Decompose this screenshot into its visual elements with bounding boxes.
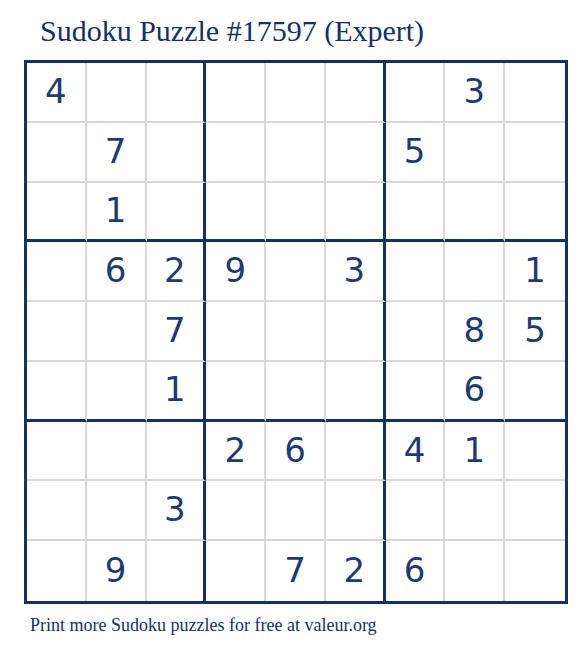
cell-r1c3[interactable] (147, 63, 207, 123)
cell-r9c1[interactable] (27, 541, 87, 601)
cell-r7c9[interactable] (505, 422, 565, 482)
cell-r4c3[interactable]: 2 (147, 242, 207, 302)
given-digit: 1 (464, 433, 486, 467)
given-digit: 9 (224, 253, 246, 287)
cell-r7c5[interactable]: 6 (266, 422, 326, 482)
sudoku-page: Sudoku Puzzle #17597 (Expert) 4375162931… (0, 0, 580, 651)
cell-r3c4[interactable] (206, 183, 266, 243)
cell-r9c3[interactable] (147, 541, 207, 601)
given-digit: 7 (105, 134, 127, 168)
cell-r6c8[interactable]: 6 (445, 362, 505, 422)
cell-r6c1[interactable] (27, 362, 87, 422)
cell-r3c9[interactable] (505, 183, 565, 243)
cell-r1c4[interactable] (206, 63, 266, 123)
footer-credit: Print more Sudoku puzzles for free at va… (30, 615, 377, 636)
cell-r9c8[interactable] (445, 541, 505, 601)
cell-r5c6[interactable] (326, 302, 386, 362)
cell-r1c9[interactable] (505, 63, 565, 123)
given-digit: 9 (105, 553, 127, 587)
cell-r8c7[interactable] (386, 481, 446, 541)
cell-r6c3[interactable]: 1 (147, 362, 207, 422)
cell-r4c5[interactable] (266, 242, 326, 302)
cell-r8c3[interactable]: 3 (147, 481, 207, 541)
cell-r3c1[interactable] (27, 183, 87, 243)
cell-r2c5[interactable] (266, 123, 326, 183)
sudoku-board: 437516293178516264139726 (24, 60, 568, 604)
cell-r6c7[interactable] (386, 362, 446, 422)
cell-r6c9[interactable] (505, 362, 565, 422)
cell-r3c6[interactable] (326, 183, 386, 243)
given-digit: 6 (105, 253, 127, 287)
cell-r4c8[interactable] (445, 242, 505, 302)
cell-r9c6[interactable]: 2 (326, 541, 386, 601)
given-digit: 1 (164, 372, 186, 406)
cell-r3c3[interactable] (147, 183, 207, 243)
cell-r9c2[interactable]: 9 (87, 541, 147, 601)
given-digit: 6 (464, 372, 486, 406)
cell-r3c5[interactable] (266, 183, 326, 243)
cell-r8c8[interactable] (445, 481, 505, 541)
cell-r7c4[interactable]: 2 (206, 422, 266, 482)
given-digit: 3 (343, 253, 365, 287)
cell-r2c7[interactable]: 5 (386, 123, 446, 183)
cell-r4c9[interactable]: 1 (505, 242, 565, 302)
cell-r1c1[interactable]: 4 (27, 63, 87, 123)
cell-r9c5[interactable]: 7 (266, 541, 326, 601)
given-digit: 6 (404, 553, 426, 587)
cell-r2c8[interactable] (445, 123, 505, 183)
cell-r2c9[interactable] (505, 123, 565, 183)
cell-r7c7[interactable]: 4 (386, 422, 446, 482)
cell-r4c1[interactable] (27, 242, 87, 302)
cell-r7c1[interactable] (27, 422, 87, 482)
cell-r2c6[interactable] (326, 123, 386, 183)
given-digit: 3 (164, 492, 186, 526)
given-digit: 2 (343, 553, 365, 587)
cell-r8c4[interactable] (206, 481, 266, 541)
cell-r5c1[interactable] (27, 302, 87, 362)
cell-r8c5[interactable] (266, 481, 326, 541)
cell-r8c9[interactable] (505, 481, 565, 541)
cell-r5c4[interactable] (206, 302, 266, 362)
cell-r2c2[interactable]: 7 (87, 123, 147, 183)
cell-r9c7[interactable]: 6 (386, 541, 446, 601)
given-digit: 7 (284, 553, 306, 587)
cell-r1c7[interactable] (386, 63, 446, 123)
given-digit: 2 (164, 253, 186, 287)
cell-r4c2[interactable]: 6 (87, 242, 147, 302)
given-digit: 5 (404, 134, 426, 168)
cell-r1c8[interactable]: 3 (445, 63, 505, 123)
cell-r8c1[interactable] (27, 481, 87, 541)
cell-r2c3[interactable] (147, 123, 207, 183)
cell-r6c5[interactable] (266, 362, 326, 422)
cell-r9c4[interactable] (206, 541, 266, 601)
cell-r5c2[interactable] (87, 302, 147, 362)
given-digit: 5 (524, 313, 546, 347)
cell-r3c7[interactable] (386, 183, 446, 243)
cell-r1c2[interactable] (87, 63, 147, 123)
given-digit: 4 (404, 433, 426, 467)
cell-r7c3[interactable] (147, 422, 207, 482)
given-digit: 1 (105, 193, 127, 227)
cell-r5c3[interactable]: 7 (147, 302, 207, 362)
cell-r7c8[interactable]: 1 (445, 422, 505, 482)
given-digit: 3 (464, 74, 486, 108)
cell-r4c6[interactable]: 3 (326, 242, 386, 302)
cell-r1c5[interactable] (266, 63, 326, 123)
cell-r2c1[interactable] (27, 123, 87, 183)
given-digit: 7 (164, 313, 186, 347)
cell-r6c4[interactable] (206, 362, 266, 422)
cell-r8c2[interactable] (87, 481, 147, 541)
given-digit: 6 (284, 433, 306, 467)
cell-r4c7[interactable] (386, 242, 446, 302)
cell-r5c5[interactable] (266, 302, 326, 362)
cell-r5c9[interactable]: 5 (505, 302, 565, 362)
cell-r5c7[interactable] (386, 302, 446, 362)
cell-r3c8[interactable] (445, 183, 505, 243)
cell-r2c4[interactable] (206, 123, 266, 183)
cell-r3c2[interactable]: 1 (87, 183, 147, 243)
given-digit: 2 (224, 433, 246, 467)
cell-r9c9[interactable] (505, 541, 565, 601)
cell-r6c6[interactable] (326, 362, 386, 422)
cell-r1c6[interactable] (326, 63, 386, 123)
cell-r5c8[interactable]: 8 (445, 302, 505, 362)
cell-r8c6[interactable] (326, 481, 386, 541)
given-digit: 8 (464, 313, 486, 347)
cell-r6c2[interactable] (87, 362, 147, 422)
given-digit: 1 (524, 253, 546, 287)
given-digit: 4 (45, 74, 67, 108)
cell-r4c4[interactable]: 9 (206, 242, 266, 302)
cell-r7c2[interactable] (87, 422, 147, 482)
page-title: Sudoku Puzzle #17597 (Expert) (40, 14, 424, 48)
cell-r7c6[interactable] (326, 422, 386, 482)
